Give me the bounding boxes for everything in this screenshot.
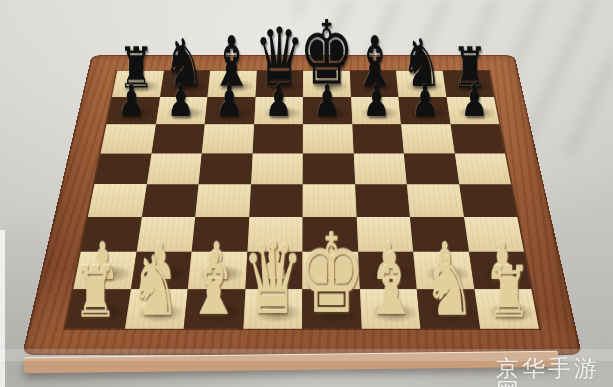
square-b7: ♟ [156,97,208,124]
piece-white-rook-a1: ♜ [74,260,118,325]
square-g4 [407,184,464,217]
square-a7: ♟ [106,97,159,124]
square-c4 [195,184,250,217]
piece-white-rook-h1: ♜ [487,260,531,325]
piece-black-pawn-f7: ♟ [363,81,390,121]
square-b6 [151,124,205,153]
white-bishop-icon: ♝ [187,246,241,325]
square-g5 [404,153,459,184]
square-f6 [352,124,404,153]
white-knight-icon: ♞ [424,249,475,324]
square-d6 [252,124,303,153]
square-h1: ♜ [474,289,539,329]
square-e5 [303,153,355,184]
square-d4 [249,184,303,217]
piece-white-king-e1: ♚ [297,224,366,324]
piece-white-queen-d1: ♛ [241,233,303,324]
square-b1: ♞ [125,289,188,329]
piece-white-bishop-c1: ♝ [187,246,241,325]
photo-stage: ♜♞♝♛♚♝♞♜♟♟♟♟♟♟♟♟♟♟♟♟♟♟♟♟♜♞♝♛♚♝♞♜ 京华手游网 [0,0,613,387]
black-pawn-icon: ♟ [167,81,194,121]
chess-board: ♜♞♝♛♚♝♞♜♟♟♟♟♟♟♟♟♟♟♟♟♟♟♟♟♜♞♝♛♚♝♞♜ [22,55,582,355]
piece-black-pawn-a7: ♟ [118,81,145,121]
piece-black-pawn-b7: ♟ [167,81,194,121]
piece-white-knight-g1: ♞ [424,249,475,324]
watermark-text: 京华手游网 [496,357,613,387]
white-queen-icon: ♛ [241,233,303,324]
white-rook-icon: ♜ [487,260,531,325]
square-a1: ♜ [65,289,130,329]
white-king-icon: ♚ [297,224,366,324]
square-c1: ♝ [184,289,245,329]
black-pawn-icon: ♟ [460,81,487,121]
black-pawn-icon: ♟ [363,81,390,121]
square-d1: ♛ [243,289,302,329]
square-g1: ♞ [417,289,480,329]
square-f5 [353,153,406,184]
square-h4 [459,184,517,217]
piece-black-pawn-g7: ♟ [412,81,439,121]
piece-black-pawn-d7: ♟ [265,81,292,121]
square-g6 [401,124,454,153]
black-pawn-icon: ♟ [265,81,292,121]
white-rook-icon: ♜ [74,260,118,325]
square-e7: ♟ [303,97,352,124]
black-pawn-icon: ♟ [412,81,439,121]
square-a5 [94,153,151,184]
piece-black-pawn-c7: ♟ [216,81,243,121]
white-bishop-icon: ♝ [364,246,418,325]
square-h7: ♟ [446,97,499,124]
piece-black-pawn-e7: ♟ [314,81,341,121]
square-e1: ♚ [302,289,361,329]
square-b5 [146,153,201,184]
square-c6 [202,124,254,153]
black-pawn-icon: ♟ [118,81,145,121]
square-f1: ♝ [359,289,420,329]
square-h6 [450,124,505,153]
piece-white-knight-b1: ♞ [129,249,180,324]
piece-black-pawn-h7: ♟ [460,81,487,121]
square-d7: ♟ [254,97,303,124]
board-grid: ♜♞♝♛♚♝♞♜♟♟♟♟♟♟♟♟♟♟♟♟♟♟♟♟♜♞♝♛♚♝♞♜ [65,71,539,329]
black-pawn-icon: ♟ [314,81,341,121]
piece-white-bishop-f1: ♝ [364,246,418,325]
black-pawn-icon: ♟ [216,81,243,121]
square-b4 [141,184,198,217]
square-f7: ♟ [351,97,401,124]
square-a6 [101,124,156,153]
square-g7: ♟ [398,97,450,124]
photo-border-strip [0,230,5,387]
square-e6 [303,124,354,153]
board-scene: ♜♞♝♛♚♝♞♜♟♟♟♟♟♟♟♟♟♟♟♟♟♟♟♟♜♞♝♛♚♝♞♜ [0,0,613,387]
square-d5 [251,153,303,184]
square-h5 [454,153,511,184]
square-c7: ♟ [205,97,256,124]
square-c5 [199,153,253,184]
square-a4 [88,184,147,217]
white-knight-icon: ♞ [129,249,180,324]
